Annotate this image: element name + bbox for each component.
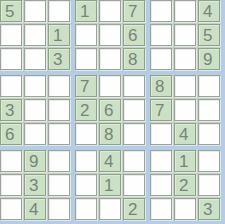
empty-cell-r4c2[interactable] [24,75,46,97]
empty-cell-r7c6[interactable] [123,150,145,172]
empty-cell-r4c5[interactable] [99,75,121,97]
given-cell-r1c4: 1 [75,0,97,22]
empty-cell-r8c9[interactable] [198,174,220,196]
empty-cell-r3c1[interactable] [0,48,22,70]
given-cell-r4c7: 8 [150,75,172,97]
box-1-3: 459 [150,0,220,70]
empty-cell-r6c4[interactable] [75,123,97,145]
empty-cell-r8c7[interactable] [150,174,172,196]
empty-cell-r1c7[interactable] [150,0,172,22]
empty-cell-r2c4[interactable] [75,24,97,46]
given-cell-r1c6: 7 [123,0,145,22]
empty-cell-r5c2[interactable] [24,99,46,121]
empty-cell-r6c6[interactable] [123,123,145,145]
given-cell-r5c5: 6 [99,99,121,121]
given-cell-r7c8: 1 [174,150,196,172]
empty-cell-r5c9[interactable] [198,99,220,121]
empty-cell-r9c5[interactable] [99,198,121,220]
given-cell-r8c2: 3 [24,174,46,196]
empty-cell-r7c4[interactable] [75,150,97,172]
given-cell-r2c6: 6 [123,24,145,46]
empty-cell-r8c4[interactable] [75,174,97,196]
empty-cell-r8c6[interactable] [123,174,145,196]
given-cell-r3c3: 3 [48,48,70,70]
empty-cell-r7c9[interactable] [198,150,220,172]
given-cell-r8c5: 1 [99,174,121,196]
empty-cell-r2c2[interactable] [24,24,46,46]
empty-cell-r5c8[interactable] [174,99,196,121]
empty-cell-r4c1[interactable] [0,75,22,97]
empty-cell-r2c7[interactable] [150,24,172,46]
empty-cell-r6c7[interactable] [150,123,172,145]
box-3-3: 123 [150,150,220,220]
box-1-2: 1768 [75,0,145,70]
empty-cell-r3c8[interactable] [174,48,196,70]
given-cell-r9c9: 3 [198,198,220,220]
empty-cell-r3c7[interactable] [150,48,172,70]
sudoku-board: 5131768459367268874934412123 [0,0,220,220]
empty-cell-r9c8[interactable] [174,198,196,220]
empty-cell-r9c4[interactable] [75,198,97,220]
given-cell-r6c5: 8 [99,123,121,145]
given-cell-r6c8: 4 [174,123,196,145]
empty-cell-r1c3[interactable] [48,0,70,22]
empty-cell-r7c7[interactable] [150,150,172,172]
empty-cell-r4c9[interactable] [198,75,220,97]
given-cell-r3c9: 9 [198,48,220,70]
box-3-1: 934 [0,150,70,220]
given-cell-r4c4: 7 [75,75,97,97]
given-cell-r1c1: 5 [0,0,22,22]
box-2-1: 36 [0,75,70,145]
box-1-1: 513 [0,0,70,70]
box-3-2: 412 [75,150,145,220]
given-cell-r9c2: 4 [24,198,46,220]
given-cell-r5c7: 7 [150,99,172,121]
empty-cell-r9c3[interactable] [48,198,70,220]
empty-cell-r2c8[interactable] [174,24,196,46]
given-cell-r8c8: 2 [174,174,196,196]
empty-cell-r7c1[interactable] [0,150,22,172]
empty-cell-r2c1[interactable] [0,24,22,46]
empty-cell-r1c8[interactable] [174,0,196,22]
empty-cell-r4c6[interactable] [123,75,145,97]
empty-cell-r1c5[interactable] [99,0,121,22]
empty-cell-r9c7[interactable] [150,198,172,220]
empty-cell-r2c5[interactable] [99,24,121,46]
given-cell-r9c6: 2 [123,198,145,220]
empty-cell-r5c6[interactable] [123,99,145,121]
empty-cell-r6c3[interactable] [48,123,70,145]
empty-cell-r8c1[interactable] [0,174,22,196]
given-cell-r5c1: 3 [0,99,22,121]
empty-cell-r8c3[interactable] [48,174,70,196]
given-cell-r6c1: 6 [0,123,22,145]
given-cell-r7c5: 4 [99,150,121,172]
given-cell-r2c9: 5 [198,24,220,46]
given-cell-r3c6: 8 [123,48,145,70]
empty-cell-r6c9[interactable] [198,123,220,145]
given-cell-r2c3: 1 [48,24,70,46]
empty-cell-r1c2[interactable] [24,0,46,22]
empty-cell-r3c5[interactable] [99,48,121,70]
empty-cell-r7c3[interactable] [48,150,70,172]
box-2-2: 7268 [75,75,145,145]
given-cell-r1c9: 4 [198,0,220,22]
box-2-3: 874 [150,75,220,145]
empty-cell-r4c3[interactable] [48,75,70,97]
empty-cell-r6c2[interactable] [24,123,46,145]
empty-cell-r5c3[interactable] [48,99,70,121]
empty-cell-r3c2[interactable] [24,48,46,70]
empty-cell-r3c4[interactable] [75,48,97,70]
given-cell-r5c4: 2 [75,99,97,121]
empty-cell-r9c1[interactable] [0,198,22,220]
empty-cell-r4c8[interactable] [174,75,196,97]
given-cell-r7c2: 9 [24,150,46,172]
